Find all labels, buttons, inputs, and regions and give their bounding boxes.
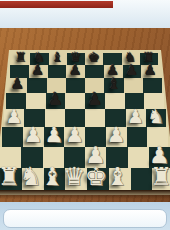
- piece-white-pawn-c3[interactable]: ♟: [44, 125, 63, 146]
- piece-white-pawn-b3[interactable]: ♟: [24, 125, 43, 146]
- piece-black-rook-a8[interactable]: ♜: [15, 51, 27, 64]
- piece-black-king-e8[interactable]: ♚: [88, 51, 100, 64]
- piece-black-pawn-a6[interactable]: ♟: [11, 77, 24, 92]
- piece-white-king-e1[interactable]: ♚: [85, 164, 107, 189]
- piece-black-bishop-c8[interactable]: ♝: [52, 51, 64, 64]
- piece-black-pawn-g7[interactable]: ♟: [126, 63, 139, 77]
- square-d5[interactable]: [65, 93, 85, 109]
- square-e7[interactable]: [85, 65, 104, 78]
- piece-black-pawn-d7[interactable]: ♟: [69, 63, 82, 77]
- piece-black-pawn-c5[interactable]: ♟: [48, 91, 63, 108]
- square-g3[interactable]: [127, 127, 148, 147]
- piece-white-queen-d1[interactable]: ♛: [63, 164, 85, 189]
- square-e4[interactable]: [85, 109, 105, 127]
- piece-white-rook-a1[interactable]: ♜: [0, 164, 20, 189]
- piece-white-pawn-d3[interactable]: ♟: [65, 125, 84, 146]
- board-front-edge: [0, 190, 170, 199]
- piece-black-pawn-e5[interactable]: ♟: [87, 91, 102, 108]
- rank-row-6: [8, 78, 162, 93]
- piece-white-pawn-a4[interactable]: ♟: [6, 107, 23, 126]
- square-d6[interactable]: [66, 78, 85, 93]
- piece-white-pawn-g4[interactable]: ♟: [127, 107, 144, 126]
- piece-white-rook-h1[interactable]: ♜: [150, 164, 170, 189]
- piece-white-knight-h4[interactable]: ♞: [147, 107, 164, 126]
- piece-white-pawn-f3[interactable]: ♟: [107, 125, 126, 146]
- piece-white-knight-b1[interactable]: ♞: [19, 164, 41, 189]
- square-g6[interactable]: [124, 78, 143, 93]
- square-f5[interactable]: [105, 93, 125, 109]
- piece-white-bishop-f1[interactable]: ♝: [106, 164, 128, 189]
- square-h6[interactable]: [143, 78, 162, 93]
- square-b6[interactable]: [27, 78, 46, 93]
- piece-white-bishop-c1[interactable]: ♝: [41, 164, 63, 189]
- piece-black-bishop-f6[interactable]: ♝: [107, 77, 120, 92]
- titlebar-red-strip: [0, 1, 113, 8]
- square-a3[interactable]: [2, 127, 23, 147]
- piece-black-pawn-h7[interactable]: ♟: [144, 63, 157, 77]
- bottom-status-bar: [3, 209, 167, 228]
- square-b5[interactable]: [26, 93, 46, 109]
- square-c7[interactable]: [48, 65, 67, 78]
- chess-titans-window: ♜♞♝♛♚♞♜♟♟♟♟♟♟♝♟♟♟♟♞♟♟♟♟♟♟♜♞♝♛♚♝♜: [0, 0, 170, 230]
- piece-black-pawn-b7[interactable]: ♟: [32, 63, 45, 77]
- square-g2[interactable]: [128, 147, 149, 168]
